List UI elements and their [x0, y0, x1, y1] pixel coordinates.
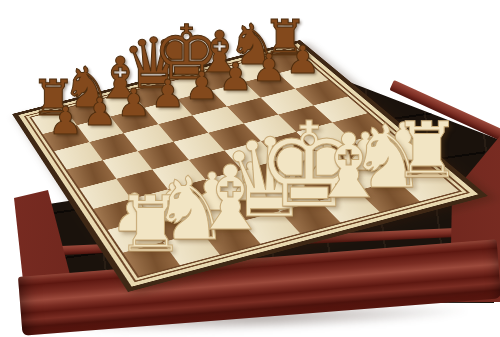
piece-black-pawn-b7[interactable]: ♟ [82, 93, 117, 131]
piece-black-pawn-f7[interactable]: ♟ [218, 58, 253, 96]
piece-black-pawn-c7[interactable]: ♟ [117, 84, 152, 122]
piece-black-pawn-d7[interactable]: ♟ [151, 75, 186, 113]
piece-white-rook-h1[interactable]: ♜ [392, 113, 461, 190]
piece-black-pawn-e7[interactable]: ♟ [184, 67, 219, 105]
piece-black-pawn-g7[interactable]: ♟ [252, 49, 287, 87]
chess-set-photo: ♜♞♝♛♚♝♞♜♟♟♟♟♟♟♟♟♟♟♟♟♟♟♟♟♜♞♝♛♚♝♞♜ [0, 0, 500, 337]
piece-black-pawn-a7[interactable]: ♟ [48, 102, 83, 140]
piece-black-pawn-h7[interactable]: ♟ [285, 40, 320, 78]
pieces-layer: ♜♞♝♛♚♝♞♜♟♟♟♟♟♟♟♟♟♟♟♟♟♟♟♟♜♞♝♛♚♝♞♜ [0, 0, 500, 337]
